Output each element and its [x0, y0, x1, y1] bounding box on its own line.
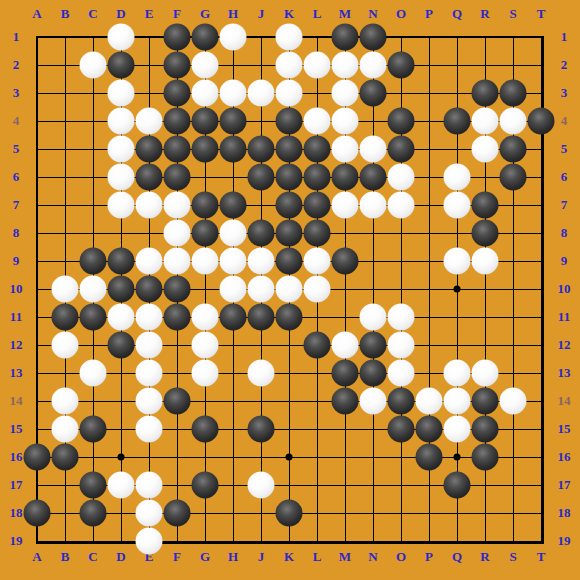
- row-label-10: 10: [1, 282, 31, 296]
- white-stone-P14[interactable]: [416, 388, 443, 415]
- white-stone-D4[interactable]: [108, 108, 135, 135]
- white-stone-E12[interactable]: [136, 332, 163, 359]
- white-stone-C13[interactable]: [80, 360, 107, 387]
- white-stone-D1[interactable]: [108, 24, 135, 51]
- row-label-3: 3: [1, 86, 31, 100]
- black-stone-F11[interactable]: [164, 304, 191, 331]
- white-stone-J10[interactable]: [248, 276, 275, 303]
- black-stone-B16[interactable]: [52, 444, 79, 471]
- black-stone-F10[interactable]: [164, 276, 191, 303]
- black-stone-J8[interactable]: [248, 220, 275, 247]
- black-stone-T4[interactable]: [528, 108, 555, 135]
- col-label-B: B: [51, 550, 79, 564]
- row-label-9: 9: [1, 254, 31, 268]
- black-stone-J15[interactable]: [248, 416, 275, 443]
- col-label-Q: Q: [443, 7, 471, 21]
- col-label-K: K: [275, 550, 303, 564]
- black-stone-F5[interactable]: [164, 136, 191, 163]
- col-label-M: M: [331, 7, 359, 21]
- white-stone-J13[interactable]: [248, 360, 275, 387]
- black-stone-O15[interactable]: [388, 416, 415, 443]
- black-stone-H11[interactable]: [220, 304, 247, 331]
- black-stone-O5[interactable]: [388, 136, 415, 163]
- black-stone-J5[interactable]: [248, 136, 275, 163]
- black-stone-L7[interactable]: [304, 192, 331, 219]
- white-stone-R5[interactable]: [472, 136, 499, 163]
- star-point: [286, 454, 293, 461]
- col-label-G: G: [191, 550, 219, 564]
- black-stone-G4[interactable]: [192, 108, 219, 135]
- black-stone-S6[interactable]: [500, 164, 527, 191]
- white-stone-L2[interactable]: [304, 52, 331, 79]
- white-stone-Q14[interactable]: [444, 388, 471, 415]
- col-label-A: A: [23, 7, 51, 21]
- row-label-14: 14: [549, 394, 579, 408]
- row-label-9: 9: [549, 254, 579, 268]
- black-stone-M14[interactable]: [332, 388, 359, 415]
- black-stone-K8[interactable]: [276, 220, 303, 247]
- white-stone-D3[interactable]: [108, 80, 135, 107]
- white-stone-K2[interactable]: [276, 52, 303, 79]
- white-stone-D11[interactable]: [108, 304, 135, 331]
- white-stone-D17[interactable]: [108, 472, 135, 499]
- white-stone-H8[interactable]: [220, 220, 247, 247]
- white-stone-B15[interactable]: [52, 416, 79, 443]
- row-label-2: 2: [549, 58, 579, 72]
- black-stone-O2[interactable]: [388, 52, 415, 79]
- black-stone-Q17[interactable]: [444, 472, 471, 499]
- col-label-O: O: [387, 7, 415, 21]
- black-stone-F18[interactable]: [164, 500, 191, 527]
- white-stone-E15[interactable]: [136, 416, 163, 443]
- white-stone-G13[interactable]: [192, 360, 219, 387]
- white-stone-F9[interactable]: [164, 248, 191, 275]
- black-stone-K11[interactable]: [276, 304, 303, 331]
- white-stone-F7[interactable]: [164, 192, 191, 219]
- go-board[interactable]: AABBCCDDEEFFGGHHJJKKLLMMNNOOPPQQRRSSTT11…: [0, 0, 580, 580]
- col-label-P: P: [415, 7, 443, 21]
- black-stone-G1[interactable]: [192, 24, 219, 51]
- black-stone-N13[interactable]: [360, 360, 387, 387]
- white-stone-E17[interactable]: [136, 472, 163, 499]
- white-stone-L10[interactable]: [304, 276, 331, 303]
- black-stone-H5[interactable]: [220, 136, 247, 163]
- black-stone-N12[interactable]: [360, 332, 387, 359]
- white-stone-R4[interactable]: [472, 108, 499, 135]
- white-stone-O7[interactable]: [388, 192, 415, 219]
- star-point: [118, 454, 125, 461]
- black-stone-A18[interactable]: [24, 500, 51, 527]
- col-label-D: D: [107, 7, 135, 21]
- black-stone-R14[interactable]: [472, 388, 499, 415]
- white-stone-H1[interactable]: [220, 24, 247, 51]
- black-stone-K9[interactable]: [276, 248, 303, 275]
- black-stone-G5[interactable]: [192, 136, 219, 163]
- row-label-15: 15: [549, 422, 579, 436]
- col-label-A: A: [23, 550, 51, 564]
- white-stone-S4[interactable]: [500, 108, 527, 135]
- col-label-N: N: [359, 7, 387, 21]
- white-stone-Q13[interactable]: [444, 360, 471, 387]
- row-label-7: 7: [1, 198, 31, 212]
- black-stone-L6[interactable]: [304, 164, 331, 191]
- black-stone-G8[interactable]: [192, 220, 219, 247]
- black-stone-C11[interactable]: [80, 304, 107, 331]
- white-stone-O11[interactable]: [388, 304, 415, 331]
- white-stone-K1[interactable]: [276, 24, 303, 51]
- row-label-4: 4: [1, 114, 31, 128]
- white-stone-D7[interactable]: [108, 192, 135, 219]
- col-label-J: J: [247, 550, 275, 564]
- white-stone-M3[interactable]: [332, 80, 359, 107]
- row-label-1: 1: [1, 30, 31, 44]
- row-label-6: 6: [1, 170, 31, 184]
- row-label-1: 1: [549, 30, 579, 44]
- row-label-17: 17: [549, 478, 579, 492]
- row-label-10: 10: [549, 282, 579, 296]
- black-stone-Q4[interactable]: [444, 108, 471, 135]
- white-stone-N11[interactable]: [360, 304, 387, 331]
- black-stone-K6[interactable]: [276, 164, 303, 191]
- black-stone-F4[interactable]: [164, 108, 191, 135]
- col-label-P: P: [415, 550, 443, 564]
- col-label-T: T: [527, 7, 555, 21]
- white-stone-E19[interactable]: [136, 528, 163, 555]
- white-stone-C2[interactable]: [80, 52, 107, 79]
- white-stone-E13[interactable]: [136, 360, 163, 387]
- col-label-O: O: [387, 550, 415, 564]
- white-stone-B14[interactable]: [52, 388, 79, 415]
- black-stone-R3[interactable]: [472, 80, 499, 107]
- black-stone-R7[interactable]: [472, 192, 499, 219]
- star-point: [454, 286, 461, 293]
- black-stone-D2[interactable]: [108, 52, 135, 79]
- col-label-K: K: [275, 7, 303, 21]
- black-stone-F6[interactable]: [164, 164, 191, 191]
- black-stone-F2[interactable]: [164, 52, 191, 79]
- row-label-5: 5: [549, 142, 579, 156]
- col-label-F: F: [163, 7, 191, 21]
- row-label-19: 19: [549, 534, 579, 548]
- black-stone-A16[interactable]: [24, 444, 51, 471]
- black-stone-C18[interactable]: [80, 500, 107, 527]
- white-stone-H10[interactable]: [220, 276, 247, 303]
- white-stone-Q6[interactable]: [444, 164, 471, 191]
- black-stone-E6[interactable]: [136, 164, 163, 191]
- black-stone-B11[interactable]: [52, 304, 79, 331]
- row-label-15: 15: [1, 422, 31, 436]
- col-label-J: J: [247, 7, 275, 21]
- row-label-18: 18: [549, 506, 579, 520]
- black-stone-C15[interactable]: [80, 416, 107, 443]
- black-stone-F1[interactable]: [164, 24, 191, 51]
- white-stone-E18[interactable]: [136, 500, 163, 527]
- black-stone-C9[interactable]: [80, 248, 107, 275]
- col-label-B: B: [51, 7, 79, 21]
- col-label-R: R: [471, 550, 499, 564]
- col-label-L: L: [303, 550, 331, 564]
- row-label-12: 12: [549, 338, 579, 352]
- row-label-11: 11: [549, 310, 579, 324]
- black-stone-O4[interactable]: [388, 108, 415, 135]
- col-label-S: S: [499, 7, 527, 21]
- white-stone-F8[interactable]: [164, 220, 191, 247]
- white-stone-G9[interactable]: [192, 248, 219, 275]
- white-stone-N7[interactable]: [360, 192, 387, 219]
- row-label-14: 14: [1, 394, 31, 408]
- col-label-S: S: [499, 550, 527, 564]
- white-stone-N2[interactable]: [360, 52, 387, 79]
- black-stone-D12[interactable]: [108, 332, 135, 359]
- white-stone-O6[interactable]: [388, 164, 415, 191]
- black-stone-J6[interactable]: [248, 164, 275, 191]
- black-stone-J11[interactable]: [248, 304, 275, 331]
- col-label-E: E: [135, 7, 163, 21]
- white-stone-M12[interactable]: [332, 332, 359, 359]
- black-stone-L12[interactable]: [304, 332, 331, 359]
- black-stone-G7[interactable]: [192, 192, 219, 219]
- white-stone-O13[interactable]: [388, 360, 415, 387]
- row-label-8: 8: [1, 226, 31, 240]
- white-stone-R13[interactable]: [472, 360, 499, 387]
- black-stone-N1[interactable]: [360, 24, 387, 51]
- white-stone-B12[interactable]: [52, 332, 79, 359]
- white-stone-M4[interactable]: [332, 108, 359, 135]
- white-stone-M2[interactable]: [332, 52, 359, 79]
- white-stone-L4[interactable]: [304, 108, 331, 135]
- black-stone-P15[interactable]: [416, 416, 443, 443]
- white-stone-M5[interactable]: [332, 136, 359, 163]
- black-stone-K18[interactable]: [276, 500, 303, 527]
- white-stone-J9[interactable]: [248, 248, 275, 275]
- black-stone-N6[interactable]: [360, 164, 387, 191]
- white-stone-D5[interactable]: [108, 136, 135, 163]
- white-stone-E4[interactable]: [136, 108, 163, 135]
- black-stone-L8[interactable]: [304, 220, 331, 247]
- row-label-3: 3: [549, 86, 579, 100]
- row-label-19: 19: [1, 534, 31, 548]
- white-stone-E9[interactable]: [136, 248, 163, 275]
- black-stone-S5[interactable]: [500, 136, 527, 163]
- white-stone-H9[interactable]: [220, 248, 247, 275]
- white-stone-G3[interactable]: [192, 80, 219, 107]
- black-stone-M6[interactable]: [332, 164, 359, 191]
- row-label-16: 16: [549, 450, 579, 464]
- row-label-11: 11: [1, 310, 31, 324]
- col-label-C: C: [79, 550, 107, 564]
- white-stone-G2[interactable]: [192, 52, 219, 79]
- black-stone-N3[interactable]: [360, 80, 387, 107]
- white-stone-M7[interactable]: [332, 192, 359, 219]
- black-stone-D9[interactable]: [108, 248, 135, 275]
- white-stone-Q7[interactable]: [444, 192, 471, 219]
- black-stone-C17[interactable]: [80, 472, 107, 499]
- black-stone-H4[interactable]: [220, 108, 247, 135]
- white-stone-C10[interactable]: [80, 276, 107, 303]
- row-label-6: 6: [549, 170, 579, 184]
- white-stone-D6[interactable]: [108, 164, 135, 191]
- white-stone-R9[interactable]: [472, 248, 499, 275]
- black-stone-R15[interactable]: [472, 416, 499, 443]
- row-label-5: 5: [1, 142, 31, 156]
- col-label-H: H: [219, 550, 247, 564]
- black-stone-L5[interactable]: [304, 136, 331, 163]
- col-label-D: D: [107, 550, 135, 564]
- white-stone-O12[interactable]: [388, 332, 415, 359]
- black-stone-K4[interactable]: [276, 108, 303, 135]
- black-stone-F3[interactable]: [164, 80, 191, 107]
- white-stone-G12[interactable]: [192, 332, 219, 359]
- white-stone-N5[interactable]: [360, 136, 387, 163]
- black-stone-F14[interactable]: [164, 388, 191, 415]
- white-stone-N14[interactable]: [360, 388, 387, 415]
- black-stone-O14[interactable]: [388, 388, 415, 415]
- black-stone-R8[interactable]: [472, 220, 499, 247]
- white-stone-J17[interactable]: [248, 472, 275, 499]
- black-stone-E10[interactable]: [136, 276, 163, 303]
- white-stone-E14[interactable]: [136, 388, 163, 415]
- black-stone-K7[interactable]: [276, 192, 303, 219]
- white-stone-B10[interactable]: [52, 276, 79, 303]
- col-label-C: C: [79, 7, 107, 21]
- black-stone-K5[interactable]: [276, 136, 303, 163]
- row-label-2: 2: [1, 58, 31, 72]
- black-stone-G15[interactable]: [192, 416, 219, 443]
- row-label-8: 8: [549, 226, 579, 240]
- black-stone-P16[interactable]: [416, 444, 443, 471]
- black-stone-M1[interactable]: [332, 24, 359, 51]
- col-label-Q: Q: [443, 550, 471, 564]
- black-stone-D10[interactable]: [108, 276, 135, 303]
- col-label-N: N: [359, 550, 387, 564]
- white-stone-Q15[interactable]: [444, 416, 471, 443]
- row-label-17: 17: [1, 478, 31, 492]
- white-stone-K10[interactable]: [276, 276, 303, 303]
- row-label-13: 13: [549, 366, 579, 380]
- black-stone-S3[interactable]: [500, 80, 527, 107]
- col-label-L: L: [303, 7, 331, 21]
- white-stone-K3[interactable]: [276, 80, 303, 107]
- white-stone-E11[interactable]: [136, 304, 163, 331]
- black-stone-M9[interactable]: [332, 248, 359, 275]
- col-label-T: T: [527, 550, 555, 564]
- black-stone-G17[interactable]: [192, 472, 219, 499]
- col-label-M: M: [331, 550, 359, 564]
- star-point: [454, 454, 461, 461]
- white-stone-Q9[interactable]: [444, 248, 471, 275]
- white-stone-E7[interactable]: [136, 192, 163, 219]
- row-label-13: 13: [1, 366, 31, 380]
- row-label-12: 12: [1, 338, 31, 352]
- black-stone-M13[interactable]: [332, 360, 359, 387]
- black-stone-E5[interactable]: [136, 136, 163, 163]
- white-stone-H3[interactable]: [220, 80, 247, 107]
- col-label-R: R: [471, 7, 499, 21]
- black-stone-H7[interactable]: [220, 192, 247, 219]
- white-stone-G11[interactable]: [192, 304, 219, 331]
- white-stone-J3[interactable]: [248, 80, 275, 107]
- col-label-F: F: [163, 550, 191, 564]
- row-label-7: 7: [549, 198, 579, 212]
- white-stone-S14[interactable]: [500, 388, 527, 415]
- black-stone-R16[interactable]: [472, 444, 499, 471]
- col-label-G: G: [191, 7, 219, 21]
- white-stone-L9[interactable]: [304, 248, 331, 275]
- col-label-H: H: [219, 7, 247, 21]
